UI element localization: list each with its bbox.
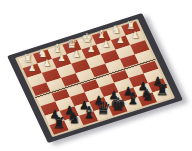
black-queen[interactable]: ♛ xyxy=(96,100,112,117)
white-pawn[interactable]: ♟ xyxy=(72,50,80,59)
photo-background: ♜♞♝♛♚♝♞♜♟♟♟♟♟♟♟♟♟♟♟♟♟♟♟♟♜♞♝♛♚♝♞♜ xyxy=(0,0,192,151)
black-bishop[interactable]: ♝ xyxy=(81,106,95,122)
white-pawn[interactable]: ♟ xyxy=(87,45,95,54)
black-knight[interactable]: ♞ xyxy=(141,87,155,103)
black-king[interactable]: ♚ xyxy=(110,95,126,113)
white-pawn[interactable]: ♟ xyxy=(43,59,51,68)
white-pawn[interactable]: ♟ xyxy=(102,41,110,50)
black-bishop[interactable]: ♝ xyxy=(126,92,140,108)
black-rook[interactable]: ♜ xyxy=(52,116,65,131)
white-pawn[interactable]: ♟ xyxy=(58,55,66,64)
white-pawn[interactable]: ♟ xyxy=(117,36,125,45)
black-rook[interactable]: ♜ xyxy=(155,83,168,98)
black-knight[interactable]: ♞ xyxy=(67,111,81,127)
white-pawn[interactable]: ♟ xyxy=(131,31,139,40)
white-pawn[interactable]: ♟ xyxy=(28,64,36,73)
